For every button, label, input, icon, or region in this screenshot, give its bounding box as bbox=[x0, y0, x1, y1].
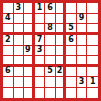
cell-r9c8[interactable] bbox=[77, 88, 88, 99]
cell-r5c3[interactable]: 9 bbox=[24, 46, 35, 57]
cell-r1c4[interactable]: 1 bbox=[35, 3, 46, 14]
cell-r5c5[interactable] bbox=[45, 46, 56, 57]
cell-r2c2[interactable] bbox=[14, 14, 25, 25]
cell-r8c7[interactable] bbox=[66, 77, 77, 88]
cell-r3c6[interactable] bbox=[56, 24, 67, 35]
cell-r7c3[interactable] bbox=[24, 67, 35, 78]
cell-r6c2[interactable] bbox=[14, 56, 25, 67]
cell-r9c9[interactable] bbox=[87, 88, 98, 99]
cell-r6c5[interactable] bbox=[45, 56, 56, 67]
cell-r3c9[interactable] bbox=[87, 24, 98, 35]
cell-r1c5[interactable]: 6 bbox=[45, 3, 56, 14]
cell-r7c7[interactable] bbox=[66, 67, 77, 78]
cell-r7c6[interactable]: 2 bbox=[56, 67, 67, 78]
cell-r3c7[interactable]: 5 bbox=[66, 24, 77, 35]
cell-r2c4[interactable] bbox=[35, 14, 46, 25]
cell-r4c7[interactable]: 6 bbox=[66, 35, 77, 46]
cell-r8c3[interactable] bbox=[24, 77, 35, 88]
cell-r6c9[interactable] bbox=[87, 56, 98, 67]
cell-r7c8[interactable] bbox=[77, 67, 88, 78]
cell-r5c6[interactable] bbox=[56, 46, 67, 57]
cell-r1c7[interactable] bbox=[66, 3, 77, 14]
cell-r3c1[interactable] bbox=[3, 24, 14, 35]
cell-r5c7[interactable] bbox=[66, 46, 77, 57]
cell-r7c9[interactable] bbox=[87, 67, 98, 78]
cell-r1c1[interactable] bbox=[3, 3, 14, 14]
cell-r4c2[interactable] bbox=[14, 35, 25, 46]
cell-r3c4[interactable] bbox=[35, 24, 46, 35]
cell-r1c3[interactable] bbox=[24, 3, 35, 14]
cell-r2c8[interactable]: 9 bbox=[77, 14, 88, 25]
cell-r1c9[interactable] bbox=[87, 3, 98, 14]
cell-r9c4[interactable] bbox=[35, 88, 46, 99]
cell-r2c9[interactable] bbox=[87, 14, 98, 25]
cell-r4c1[interactable]: 2 bbox=[3, 35, 14, 46]
cell-r2c1[interactable]: 4 bbox=[3, 14, 14, 25]
cell-r1c2[interactable]: 3 bbox=[14, 3, 25, 14]
cell-r6c6[interactable] bbox=[56, 56, 67, 67]
cell-r9c3[interactable] bbox=[24, 88, 35, 99]
cell-r5c9[interactable] bbox=[87, 46, 98, 57]
cell-r5c1[interactable] bbox=[3, 46, 14, 57]
cell-r6c8[interactable] bbox=[77, 56, 88, 67]
cell-r9c2[interactable] bbox=[14, 88, 25, 99]
cell-r6c1[interactable] bbox=[3, 56, 14, 67]
cell-r1c8[interactable] bbox=[77, 3, 88, 14]
cell-r8c5[interactable] bbox=[45, 77, 56, 88]
cell-r4c8[interactable] bbox=[77, 35, 88, 46]
cell-r9c7[interactable] bbox=[66, 88, 77, 99]
cell-r7c4[interactable] bbox=[35, 67, 46, 78]
cell-r8c2[interactable] bbox=[14, 77, 25, 88]
cell-r5c8[interactable] bbox=[77, 46, 88, 57]
cell-r5c4[interactable]: 3 bbox=[35, 46, 46, 57]
cell-r2c6[interactable] bbox=[56, 14, 67, 25]
cell-r7c5[interactable]: 5 bbox=[45, 67, 56, 78]
cell-r9c6[interactable] bbox=[56, 88, 67, 99]
cell-r7c1[interactable]: 6 bbox=[3, 67, 14, 78]
cell-r9c5[interactable] bbox=[45, 88, 56, 99]
cell-r4c9[interactable] bbox=[87, 35, 98, 46]
cell-r8c4[interactable] bbox=[35, 77, 46, 88]
cell-r9c1[interactable] bbox=[3, 88, 14, 99]
cell-r4c5[interactable] bbox=[45, 35, 56, 46]
cell-r4c4[interactable]: 7 bbox=[35, 35, 46, 46]
cell-r6c7[interactable] bbox=[66, 56, 77, 67]
cell-r5c2[interactable] bbox=[14, 46, 25, 57]
cell-r8c8[interactable]: 3 bbox=[77, 77, 88, 88]
sudoku-board: 31649852769365231 bbox=[0, 0, 101, 101]
cell-r3c2[interactable] bbox=[14, 24, 25, 35]
cell-r1c6[interactable] bbox=[56, 3, 67, 14]
cell-r2c3[interactable] bbox=[24, 14, 35, 25]
cell-r8c1[interactable] bbox=[3, 77, 14, 88]
cell-r3c5[interactable]: 8 bbox=[45, 24, 56, 35]
cell-r7c2[interactable] bbox=[14, 67, 25, 78]
cell-r4c6[interactable] bbox=[56, 35, 67, 46]
cell-r6c4[interactable] bbox=[35, 56, 46, 67]
cell-r8c6[interactable] bbox=[56, 77, 67, 88]
cell-r3c8[interactable] bbox=[77, 24, 88, 35]
cell-r3c3[interactable] bbox=[24, 24, 35, 35]
cell-r6c3[interactable] bbox=[24, 56, 35, 67]
cell-r4c3[interactable] bbox=[24, 35, 35, 46]
cell-r8c9[interactable]: 1 bbox=[87, 77, 98, 88]
